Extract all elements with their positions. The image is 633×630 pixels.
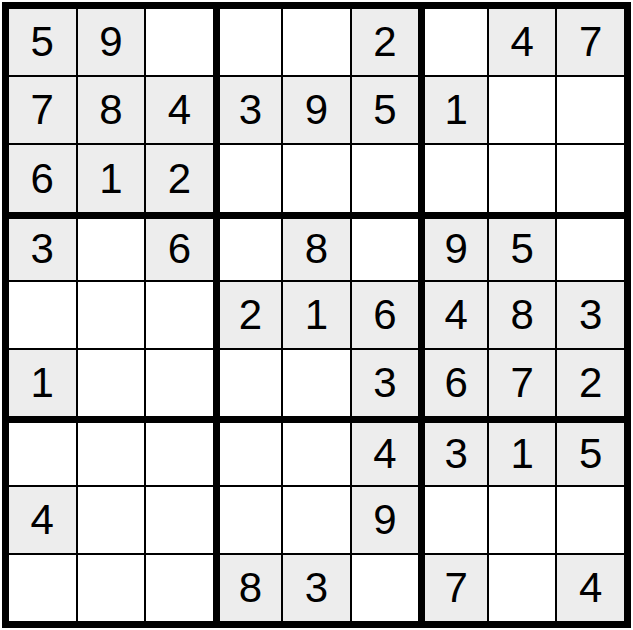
cell-r7c7: 3 bbox=[420, 418, 487, 484]
cell-r4c1: 3 bbox=[9, 214, 76, 280]
cell-r7c9: 5 bbox=[557, 418, 624, 484]
cell-r9c2[interactable] bbox=[78, 555, 145, 621]
cell-r8c2[interactable] bbox=[78, 487, 145, 553]
cell-r7c6: 4 bbox=[352, 418, 419, 484]
cell-r7c4[interactable] bbox=[215, 418, 282, 484]
sudoku-puzzle: 5924778439516123689521648313672431549837… bbox=[0, 0, 633, 630]
cell-r1c1: 5 bbox=[9, 9, 76, 75]
cell-r9c8[interactable] bbox=[489, 555, 556, 621]
cell-r5c4: 2 bbox=[215, 282, 282, 348]
cell-r3c9[interactable] bbox=[557, 145, 624, 211]
cell-r7c8: 1 bbox=[489, 418, 556, 484]
cell-r8c7[interactable] bbox=[420, 487, 487, 553]
cell-r9c6[interactable] bbox=[352, 555, 419, 621]
cell-r1c3[interactable] bbox=[146, 9, 213, 75]
cell-r3c3: 2 bbox=[146, 145, 213, 211]
cell-r1c2: 9 bbox=[78, 9, 145, 75]
cell-r4c7: 9 bbox=[420, 214, 487, 280]
cell-r2c8[interactable] bbox=[489, 77, 556, 143]
cell-r3c1: 6 bbox=[9, 145, 76, 211]
cell-r8c1: 4 bbox=[9, 487, 76, 553]
cell-r6c5[interactable] bbox=[283, 350, 350, 416]
cell-r2c2: 8 bbox=[78, 77, 145, 143]
cell-r7c2[interactable] bbox=[78, 418, 145, 484]
cell-r6c1: 1 bbox=[9, 350, 76, 416]
page: { "game": "sudoku", "position": { "notat… bbox=[0, 0, 633, 630]
cell-r1c8: 4 bbox=[489, 9, 556, 75]
cell-r4c8: 5 bbox=[489, 214, 556, 280]
cell-r5c1[interactable] bbox=[9, 282, 76, 348]
cell-r7c1[interactable] bbox=[9, 418, 76, 484]
cell-r5c6: 6 bbox=[352, 282, 419, 348]
cell-r9c3[interactable] bbox=[146, 555, 213, 621]
cell-r1c6: 2 bbox=[352, 9, 419, 75]
cell-r5c7: 4 bbox=[420, 282, 487, 348]
cell-r6c2[interactable] bbox=[78, 350, 145, 416]
cell-r3c8[interactable] bbox=[489, 145, 556, 211]
cell-r2c9[interactable] bbox=[557, 77, 624, 143]
cell-r2c5: 9 bbox=[283, 77, 350, 143]
cell-r5c3[interactable] bbox=[146, 282, 213, 348]
cell-r8c8[interactable] bbox=[489, 487, 556, 553]
cell-r2c6: 5 bbox=[352, 77, 419, 143]
cell-r9c1[interactable] bbox=[9, 555, 76, 621]
cell-r4c6[interactable] bbox=[352, 214, 419, 280]
cell-r3c2: 1 bbox=[78, 145, 145, 211]
cell-r2c4: 3 bbox=[215, 77, 282, 143]
cell-r1c9: 7 bbox=[557, 9, 624, 75]
cell-r9c5: 3 bbox=[283, 555, 350, 621]
cell-r8c4[interactable] bbox=[215, 487, 282, 553]
cell-r8c5[interactable] bbox=[283, 487, 350, 553]
cell-r4c5: 8 bbox=[283, 214, 350, 280]
cell-r6c9: 2 bbox=[557, 350, 624, 416]
cell-r7c3[interactable] bbox=[146, 418, 213, 484]
cell-r5c5: 1 bbox=[283, 282, 350, 348]
cell-r5c2[interactable] bbox=[78, 282, 145, 348]
cell-r4c9[interactable] bbox=[557, 214, 624, 280]
cell-r3c7[interactable] bbox=[420, 145, 487, 211]
cell-r6c3[interactable] bbox=[146, 350, 213, 416]
cell-r1c7[interactable] bbox=[420, 9, 487, 75]
cell-r1c5[interactable] bbox=[283, 9, 350, 75]
cell-r6c8: 7 bbox=[489, 350, 556, 416]
cell-r4c3: 6 bbox=[146, 214, 213, 280]
cell-r1c4[interactable] bbox=[215, 9, 282, 75]
cell-r8c9[interactable] bbox=[557, 487, 624, 553]
cell-r9c9: 4 bbox=[557, 555, 624, 621]
sudoku-board: 5924778439516123689521648313672431549837… bbox=[2, 2, 631, 628]
cell-r5c8: 8 bbox=[489, 282, 556, 348]
cell-r3c4[interactable] bbox=[215, 145, 282, 211]
cell-r4c2[interactable] bbox=[78, 214, 145, 280]
cell-r9c7: 7 bbox=[420, 555, 487, 621]
cell-r6c4[interactable] bbox=[215, 350, 282, 416]
cell-r7c5[interactable] bbox=[283, 418, 350, 484]
cell-r8c6: 9 bbox=[352, 487, 419, 553]
cell-r5c9: 3 bbox=[557, 282, 624, 348]
cell-r2c1: 7 bbox=[9, 77, 76, 143]
cell-r2c3: 4 bbox=[146, 77, 213, 143]
cell-r8c3[interactable] bbox=[146, 487, 213, 553]
cell-r6c7: 6 bbox=[420, 350, 487, 416]
cell-r2c7: 1 bbox=[420, 77, 487, 143]
cell-r9c4: 8 bbox=[215, 555, 282, 621]
cell-r6c6: 3 bbox=[352, 350, 419, 416]
cell-r4c4[interactable] bbox=[215, 214, 282, 280]
cell-r3c6[interactable] bbox=[352, 145, 419, 211]
cell-r3c5[interactable] bbox=[283, 145, 350, 211]
